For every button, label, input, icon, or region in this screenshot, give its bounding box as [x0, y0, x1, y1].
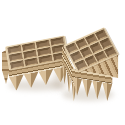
product-photo-scene [0, 0, 125, 125]
